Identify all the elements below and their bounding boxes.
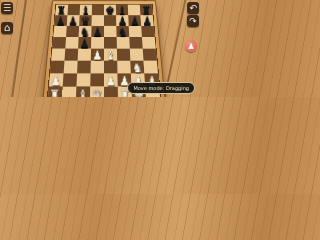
square-a1[interactable]: ♜ bbox=[48, 87, 63, 97]
home-button[interactable]: ⌂ bbox=[1, 22, 13, 34]
square-f6[interactable]: ♞ bbox=[116, 26, 129, 37]
square-g6[interactable] bbox=[129, 26, 142, 37]
square-d8[interactable] bbox=[92, 5, 104, 15]
square-a8[interactable]: ♜ bbox=[55, 5, 68, 15]
toast-message: Move mode: Dragging bbox=[127, 82, 195, 94]
square-b1[interactable] bbox=[62, 87, 77, 97]
square-a5[interactable] bbox=[52, 37, 66, 49]
square-c2[interactable] bbox=[76, 73, 90, 86]
square-d2[interactable] bbox=[90, 73, 104, 86]
square-e7[interactable] bbox=[104, 15, 116, 26]
square-b6[interactable] bbox=[66, 26, 79, 37]
square-b7[interactable]: ♟ bbox=[67, 15, 80, 26]
square-h8[interactable]: ♜ bbox=[140, 5, 153, 15]
redo-button[interactable]: ↷ bbox=[187, 15, 199, 27]
piece-white-rook: ♜ bbox=[48, 88, 62, 97]
square-f7[interactable]: ♟ bbox=[116, 15, 129, 26]
piece-black-pawn: ♟ bbox=[78, 38, 91, 50]
square-d5[interactable] bbox=[91, 37, 104, 49]
square-d6[interactable]: ♟ bbox=[91, 26, 104, 37]
home-icon: ⌂ bbox=[4, 23, 10, 33]
square-e6[interactable] bbox=[104, 26, 117, 37]
redo-arrow-icon: ↷ bbox=[189, 17, 197, 26]
undo-arrow-icon: ↶ bbox=[189, 4, 197, 13]
square-a4[interactable] bbox=[51, 49, 65, 61]
square-g5[interactable] bbox=[129, 37, 142, 49]
pawn-icon: ♟ bbox=[187, 42, 194, 51]
square-c8[interactable]: ♝ bbox=[80, 5, 92, 15]
square-a3[interactable] bbox=[50, 61, 64, 74]
menu-button[interactable]: ☰ bbox=[1, 2, 13, 14]
square-c5[interactable]: ♟ bbox=[78, 37, 91, 49]
square-h4[interactable] bbox=[143, 49, 157, 61]
square-d1[interactable]: ♛ bbox=[90, 87, 104, 97]
square-b8[interactable] bbox=[68, 5, 81, 15]
square-a2[interactable]: ♟ bbox=[49, 73, 64, 86]
square-e3[interactable] bbox=[104, 61, 117, 74]
square-b4[interactable] bbox=[64, 49, 78, 61]
hamburger-icon: ☰ bbox=[3, 4, 11, 13]
square-c1[interactable]: ♝ bbox=[76, 87, 90, 97]
square-f8[interactable]: ♝ bbox=[116, 5, 128, 15]
square-f3[interactable] bbox=[117, 61, 131, 74]
square-h5[interactable] bbox=[142, 37, 156, 49]
piece-white-bishop: ♝ bbox=[76, 88, 90, 97]
square-g4[interactable] bbox=[130, 49, 144, 61]
square-h7[interactable]: ♟ bbox=[140, 15, 153, 26]
square-g7[interactable]: ♟ bbox=[128, 15, 141, 26]
wood-plank-seam bbox=[11, 0, 27, 97]
square-g8[interactable] bbox=[128, 5, 141, 15]
square-b3[interactable] bbox=[64, 61, 78, 74]
toast-text: Move mode: Dragging bbox=[133, 85, 189, 91]
square-g3[interactable]: ♞ bbox=[130, 61, 144, 74]
undo-button[interactable]: ↶ bbox=[187, 2, 199, 14]
square-e5[interactable] bbox=[104, 37, 117, 49]
piece-white-queen: ♛ bbox=[90, 88, 104, 97]
square-h6[interactable] bbox=[141, 26, 154, 37]
square-f5[interactable] bbox=[117, 37, 130, 49]
square-h3[interactable] bbox=[144, 61, 158, 74]
square-d7[interactable] bbox=[92, 15, 104, 26]
square-f4[interactable] bbox=[117, 49, 130, 61]
square-d4[interactable]: ♟ bbox=[91, 49, 104, 61]
square-a6[interactable] bbox=[53, 26, 66, 37]
square-e8[interactable]: ♚ bbox=[104, 5, 116, 15]
square-b5[interactable] bbox=[65, 37, 78, 49]
square-b2[interactable] bbox=[63, 73, 77, 86]
square-c6[interactable]: ♞ bbox=[79, 26, 92, 37]
square-e2[interactable]: ♟ bbox=[104, 73, 118, 86]
square-e1[interactable] bbox=[104, 87, 118, 97]
square-c4[interactable] bbox=[78, 49, 91, 61]
square-c3[interactable] bbox=[77, 61, 91, 74]
alert-badge[interactable]: ♟ bbox=[185, 40, 197, 52]
square-d3[interactable] bbox=[91, 61, 104, 74]
square-c7[interactable]: ♛ bbox=[79, 15, 92, 26]
square-a7[interactable]: ♟ bbox=[54, 15, 67, 26]
square-e4[interactable]: ♝ bbox=[104, 49, 117, 61]
